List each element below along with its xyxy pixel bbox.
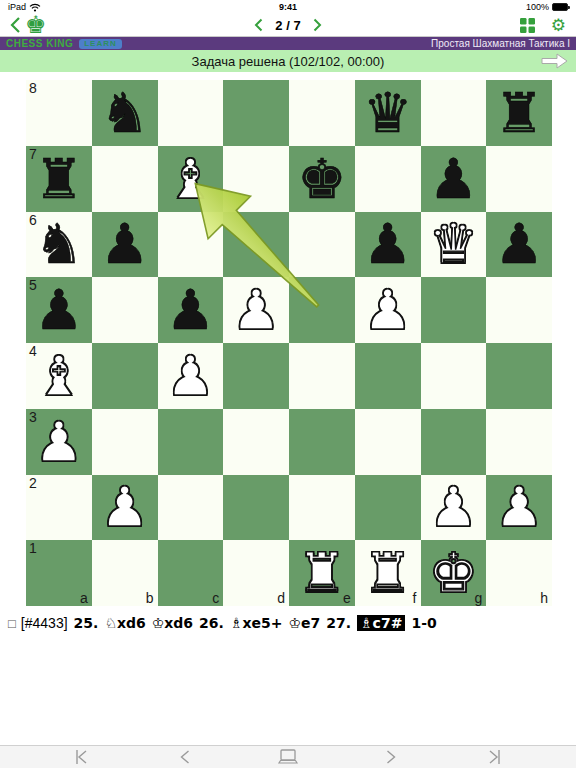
square-g2[interactable]: ♟ (421, 475, 487, 541)
white-pawn-g2[interactable]: ♟ (429, 475, 478, 539)
square-h1[interactable]: h (486, 540, 552, 606)
square-e3[interactable] (289, 409, 355, 475)
white-bishop-c7[interactable]: ♝ (166, 147, 215, 211)
square-g5[interactable] (421, 277, 487, 343)
square-a7[interactable]: 7♜ (26, 146, 92, 212)
square-d7[interactable] (223, 146, 289, 212)
puzzle-grid-button[interactable] (520, 18, 535, 33)
square-h2[interactable]: ♟ (486, 475, 552, 541)
black-king-e7[interactable]: ♚ (297, 147, 346, 211)
square-c3[interactable] (158, 409, 224, 475)
square-c8[interactable] (158, 80, 224, 146)
device-label: iPad (8, 2, 26, 12)
white-queen-g6[interactable]: ♛ (429, 212, 478, 276)
clock: 9:41 (279, 2, 297, 12)
rank-label-2: 2 (29, 476, 37, 490)
step-forward-button[interactable] (371, 746, 411, 768)
gear-icon: ⚙ (551, 17, 566, 34)
square-c1[interactable]: c (158, 540, 224, 606)
white-pawn-d5[interactable]: ♟ (231, 278, 280, 342)
black-pawn-h6[interactable]: ♟ (494, 212, 543, 276)
rank-label-1: 1 (29, 541, 37, 555)
file-label-e: e (343, 591, 351, 605)
square-a4[interactable]: 4♝ (26, 343, 92, 409)
white-rook-e1[interactable]: ♜ (297, 541, 346, 605)
square-g4[interactable] (421, 343, 487, 409)
move-token-5[interactable]: ♔e7 (288, 615, 320, 631)
bottom-toolbar (0, 745, 576, 768)
square-d6[interactable] (223, 212, 289, 278)
white-rook-f1[interactable]: ♜ (363, 541, 412, 605)
square-c5[interactable]: ♟ (158, 277, 224, 343)
chevron-right-icon (313, 18, 322, 32)
file-label-a: a (80, 591, 88, 605)
chevron-left-icon (179, 749, 191, 765)
rank-label-7: 7 (29, 147, 37, 161)
arrow-right-icon (541, 53, 568, 69)
square-c7[interactable]: ♝ (158, 146, 224, 212)
move-list: □ [#4433] 25.♘xd6♔xd626.♗xe5+♔e727.♗c7#1… (0, 606, 576, 631)
square-e5[interactable] (289, 277, 355, 343)
square-g6[interactable]: ♛ (421, 212, 487, 278)
black-pawn-f6[interactable]: ♟ (363, 212, 412, 276)
square-b4[interactable] (92, 343, 158, 409)
black-pawn-g7[interactable]: ♟ (429, 147, 478, 211)
square-f3[interactable] (355, 409, 421, 475)
settings-button[interactable]: ⚙ (551, 17, 566, 34)
rank-label-6: 6 (29, 213, 37, 227)
white-pawn-h2[interactable]: ♟ (494, 475, 543, 539)
square-b1[interactable]: b (92, 540, 158, 606)
white-king-g1[interactable]: ♚ (429, 541, 478, 605)
laptop-icon (277, 749, 299, 765)
move-token-2[interactable]: ♔xd6 (152, 615, 193, 631)
square-d3[interactable] (223, 409, 289, 475)
rank-label-4: 4 (29, 344, 37, 358)
square-f4[interactable] (355, 343, 421, 409)
square-a2[interactable]: 2 (26, 475, 92, 541)
square-d8[interactable] (223, 80, 289, 146)
puzzle-pager: 2 / 7 (275, 18, 300, 33)
screen: iPad 9:41 100% ♚ (0, 0, 576, 768)
file-label-b: b (146, 591, 154, 605)
square-e2[interactable] (289, 475, 355, 541)
go-to-end-icon (486, 749, 502, 765)
square-c4[interactable]: ♟ (158, 343, 224, 409)
square-d2[interactable] (223, 475, 289, 541)
square-h7[interactable] (486, 146, 552, 212)
square-e8[interactable] (289, 80, 355, 146)
white-pawn-a3[interactable]: ♟ (34, 410, 83, 474)
chessking-logo-icon[interactable]: ♚ (25, 14, 47, 36)
white-bishop-a4[interactable]: ♝ (34, 344, 83, 408)
status-bar: iPad 9:41 100% (0, 0, 576, 14)
square-a6[interactable]: 6♞ (26, 212, 92, 278)
move-token-6[interactable]: 27. (326, 615, 351, 631)
square-e1[interactable]: e♜ (289, 540, 355, 606)
square-h6[interactable]: ♟ (486, 212, 552, 278)
square-b8[interactable]: ♞ (92, 80, 158, 146)
square-f1[interactable]: f♜ (355, 540, 421, 606)
chessking-wordmark: CHESS KING (6, 38, 73, 49)
square-e7[interactable]: ♚ (289, 146, 355, 212)
square-e4[interactable] (289, 343, 355, 409)
puzzle-id: [#4433] (21, 615, 68, 631)
black-queen-f8[interactable]: ♛ (363, 81, 412, 145)
square-a3[interactable]: 3♟ (26, 409, 92, 475)
move-token-7[interactable]: ♗c7# (357, 615, 405, 631)
step-back-button[interactable] (165, 746, 205, 768)
square-f5[interactable]: ♟ (355, 277, 421, 343)
chevron-left-icon (254, 18, 263, 32)
white-pawn-c4[interactable]: ♟ (166, 344, 215, 408)
file-label-f: f (413, 591, 417, 605)
square-b5[interactable] (92, 277, 158, 343)
brand-bar: CHESS KING LEARN Простая Шахматная Такти… (0, 37, 576, 50)
black-rook-a7[interactable]: ♜ (34, 147, 83, 211)
black-pawn-c5[interactable]: ♟ (166, 278, 215, 342)
white-pawn-f5[interactable]: ♟ (363, 278, 412, 342)
square-b7[interactable] (92, 146, 158, 212)
square-h3[interactable] (486, 409, 552, 475)
square-b6[interactable]: ♟ (92, 212, 158, 278)
square-g3[interactable] (421, 409, 487, 475)
result-banner: Задача решена (102/102, 00:00) (0, 50, 576, 72)
turn-marker: □ (8, 616, 16, 631)
square-e6[interactable] (289, 212, 355, 278)
square-c2[interactable] (158, 475, 224, 541)
prev-puzzle-button[interactable] (254, 18, 263, 32)
move-token-1[interactable]: ♘xd6 (104, 615, 145, 631)
back-button[interactable] (10, 16, 21, 34)
square-d1[interactable]: d (223, 540, 289, 606)
nav-bar: ♚ 2 / 7 (0, 14, 576, 37)
black-knight-a6[interactable]: ♞ (34, 212, 83, 276)
device-board-button[interactable] (268, 746, 308, 768)
chevron-right-icon (385, 749, 397, 765)
go-to-start-button[interactable] (62, 746, 102, 768)
move-token-0[interactable]: 25. (74, 615, 99, 631)
square-h4[interactable] (486, 343, 552, 409)
rank-label-5: 5 (29, 278, 37, 292)
square-a5[interactable]: 5♟ (26, 277, 92, 343)
file-label-h: h (540, 591, 548, 605)
square-d5[interactable]: ♟ (223, 277, 289, 343)
black-rook-h8[interactable]: ♜ (494, 81, 543, 145)
move-token-4[interactable]: ♗xe5+ (230, 615, 283, 631)
battery-percent: 100% (526, 2, 549, 12)
square-g7[interactable]: ♟ (421, 146, 487, 212)
learn-badge: LEARN (79, 39, 122, 49)
file-label-g: g (474, 591, 482, 605)
square-b3[interactable] (92, 409, 158, 475)
battery-icon (552, 3, 568, 11)
square-b2[interactable]: ♟ (92, 475, 158, 541)
square-f7[interactable] (355, 146, 421, 212)
move-token-3[interactable]: 26. (199, 615, 224, 631)
go-to-end-button[interactable] (474, 746, 514, 768)
white-pawn-b2[interactable]: ♟ (100, 475, 149, 539)
empty-space (0, 631, 576, 745)
square-h8[interactable]: ♜ (486, 80, 552, 146)
square-f8[interactable]: ♛ (355, 80, 421, 146)
course-title: Простая Шахматная Тактика I (431, 38, 570, 49)
black-pawn-a5[interactable]: ♟ (34, 278, 83, 342)
rank-label-3: 3 (29, 410, 37, 424)
file-label-c: c (212, 591, 219, 605)
square-a8[interactable]: 8 (26, 80, 92, 146)
move-token-8[interactable]: 1-0 (411, 615, 436, 631)
go-to-start-icon (74, 749, 90, 765)
black-pawn-b6[interactable]: ♟ (100, 212, 149, 276)
board-area: 8♞♛♜7♜♝♚♟6♞♟♟♛♟5♟♟♟♟4♝♟3♟2♟♟♟1abcde♜f♜g♚… (26, 80, 552, 606)
square-g8[interactable] (421, 80, 487, 146)
next-puzzle-button[interactable] (313, 18, 322, 32)
square-f2[interactable] (355, 475, 421, 541)
grid-icon (520, 18, 535, 33)
next-task-button[interactable] (541, 53, 568, 73)
square-a1[interactable]: 1a (26, 540, 92, 606)
square-f6[interactable]: ♟ (355, 212, 421, 278)
square-h5[interactable] (486, 277, 552, 343)
result-message: Задача решена (102/102, 00:00) (0, 54, 576, 69)
back-chevron-icon (10, 16, 21, 34)
rank-label-8: 8 (29, 81, 37, 95)
square-d4[interactable] (223, 343, 289, 409)
square-g1[interactable]: g♚ (421, 540, 487, 606)
file-label-d: d (277, 591, 285, 605)
move-tokens: 25.♘xd6♔xd626.♗xe5+♔e727.♗c7#1-0 (74, 615, 443, 631)
black-knight-b8[interactable]: ♞ (100, 81, 149, 145)
chess-board: 8♞♛♜7♜♝♚♟6♞♟♟♛♟5♟♟♟♟4♝♟3♟2♟♟♟1abcde♜f♜g♚… (26, 80, 552, 606)
square-c6[interactable] (158, 212, 224, 278)
